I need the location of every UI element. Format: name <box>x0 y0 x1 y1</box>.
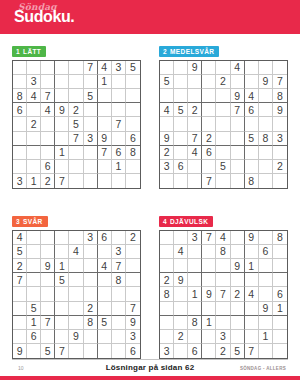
p1-cell-r4c4: 9 <box>55 103 69 117</box>
p2-cell-r9c1 <box>160 174 174 188</box>
puzzle-label: SVÅR <box>23 218 43 225</box>
p3-cell-r6c8 <box>112 302 126 316</box>
p4-cell-r3c5 <box>216 259 230 273</box>
p2-cell-r1c4 <box>202 61 216 75</box>
p4-cell-r1c9: 8 <box>273 231 287 245</box>
p1-cell-r1c1 <box>13 61 27 75</box>
p2-cell-r5c2 <box>174 117 188 131</box>
p4-cell-r2c6 <box>231 245 245 259</box>
p4-cell-r6c6 <box>231 302 245 316</box>
p4-cell-r2c4 <box>202 245 216 259</box>
p4-cell-r9c3: 6 <box>188 344 202 358</box>
p3-cell-r8c4 <box>55 330 69 344</box>
p2-cell-r5c1 <box>160 117 174 131</box>
p4-cell-r8c5: 3 <box>216 330 230 344</box>
p2-cell-r6c4: 2 <box>202 132 216 146</box>
p1-cell-r6c8 <box>112 132 126 146</box>
p4-cell-r5c7: 4 <box>245 287 259 301</box>
p3-cell-r8c2: 6 <box>27 330 41 344</box>
p3-cell-r3c3: 9 <box>41 259 55 273</box>
p2-cell-r4c9: 9 <box>273 103 287 117</box>
p1-cell-r4c7 <box>98 103 112 117</box>
p1-cell-r9c3: 2 <box>41 174 55 188</box>
p4-cell-r9c6: 5 <box>231 344 245 358</box>
p1-cell-r8c4 <box>55 160 69 174</box>
p1-cell-r8c9 <box>126 160 140 174</box>
p1-cell-r5c1 <box>13 117 27 131</box>
p4-cell-r7c8 <box>259 316 273 330</box>
p2-cell-r4c7: 6 <box>245 103 259 117</box>
p2-cell-r1c2 <box>174 61 188 75</box>
p3-cell-r6c2: 5 <box>27 302 41 316</box>
p2-cell-r8c9: 2 <box>273 160 287 174</box>
p1-cell-r7c1 <box>13 146 27 160</box>
p2-cell-r4c1: 4 <box>160 103 174 117</box>
p2-cell-r1c9 <box>273 61 287 75</box>
puzzle-row-bottom: 3 SVÅR 436254329147758527178596939576 4 … <box>12 210 288 359</box>
p1-cell-r9c8 <box>112 174 126 188</box>
p4-cell-r2c1 <box>160 245 174 259</box>
p2-cell-r2c9: 7 <box>273 75 287 89</box>
p1-cell-r6c3 <box>41 132 55 146</box>
p3-cell-r9c5 <box>69 344 83 358</box>
p2-cell-r4c8 <box>259 103 273 117</box>
p4-cell-r2c2: 4 <box>174 245 188 259</box>
p1-cell-r5c3 <box>41 117 55 131</box>
p3-cell-r6c9: 7 <box>126 302 140 316</box>
p2-cell-r6c7: 5 <box>245 132 259 146</box>
p1-cell-r5c7 <box>98 117 112 131</box>
p4-cell-r3c6: 9 <box>231 259 245 273</box>
p1-cell-r7c4: 1 <box>55 146 69 160</box>
p2-cell-r8c5: 5 <box>216 160 230 174</box>
p2-cell-r9c8 <box>259 174 273 188</box>
p2-cell-r6c8: 8 <box>259 132 273 146</box>
magazine-header: Söndag Sudoku. <box>0 0 300 34</box>
p1-cell-r9c5 <box>69 174 83 188</box>
p4-cell-r3c3 <box>188 259 202 273</box>
p4-cell-r6c2 <box>174 302 188 316</box>
p1-cell-r2c6 <box>84 75 98 89</box>
p2-cell-r3c4 <box>202 89 216 103</box>
puzzle-number: 1 <box>16 48 20 55</box>
footer-divider <box>12 359 288 360</box>
p1-cell-r8c7 <box>98 160 112 174</box>
p2-cell-r5c9 <box>273 117 287 131</box>
p4-cell-r8c1 <box>160 330 174 344</box>
p2-cell-r9c9 <box>273 174 287 188</box>
p4-cell-r7c1 <box>160 316 174 330</box>
puzzle-2-medelsvar: 2 MEDELSVÅR 9452979484527699725832463652… <box>159 40 288 189</box>
p3-cell-r6c5 <box>69 302 83 316</box>
p4-cell-r4c8 <box>259 273 273 287</box>
p3-cell-r7c3: 7 <box>41 316 55 330</box>
p4-cell-r6c5 <box>216 302 230 316</box>
p3-cell-r8c1 <box>13 330 27 344</box>
p3-cell-r1c4 <box>55 231 69 245</box>
p1-cell-r4c2 <box>27 103 41 117</box>
p1-cell-r9c1: 3 <box>13 174 27 188</box>
p1-cell-r6c7: 9 <box>98 132 112 146</box>
p2-cell-r7c8 <box>259 146 273 160</box>
p3-cell-r1c2 <box>27 231 41 245</box>
p2-cell-r7c6 <box>231 146 245 160</box>
puzzle-label: MEDELSVÅR <box>170 48 214 55</box>
p3-cell-r5c3 <box>41 287 55 301</box>
p3-cell-r3c5 <box>69 259 83 273</box>
p3-cell-r9c8 <box>112 344 126 358</box>
p4-cell-r9c7: 7 <box>245 344 259 358</box>
p4-cell-r3c2 <box>174 259 188 273</box>
p1-cell-r6c1 <box>13 132 27 146</box>
p1-cell-r1c7: 4 <box>98 61 112 75</box>
p2-cell-r3c8 <box>259 89 273 103</box>
p2-cell-r1c5 <box>216 61 230 75</box>
page-footer: 10 Lösningar på sidan 62 SÖNDAG - ALLERS <box>0 359 300 380</box>
p2-cell-r8c7 <box>245 160 259 174</box>
p3-cell-r3c1: 2 <box>13 259 27 273</box>
p2-cell-r5c8 <box>259 117 273 131</box>
p2-cell-r8c3 <box>188 160 202 174</box>
p2-cell-r6c3: 7 <box>188 132 202 146</box>
bottom-red-bar <box>0 376 300 380</box>
p2-cell-r8c2: 6 <box>174 160 188 174</box>
p1-cell-r8c6 <box>84 160 98 174</box>
p2-cell-r1c7 <box>245 61 259 75</box>
p3-cell-r2c6 <box>84 245 98 259</box>
p3-cell-r3c9 <box>126 259 140 273</box>
p2-cell-r7c3: 4 <box>188 146 202 160</box>
difficulty-badge-latt: 1 LÄTT <box>12 46 46 57</box>
p3-cell-r7c1 <box>13 316 27 330</box>
p1-cell-r7c9: 8 <box>126 146 140 160</box>
p3-cell-r8c6 <box>84 330 98 344</box>
p4-cell-r1c7: 9 <box>245 231 259 245</box>
p2-cell-r6c6 <box>231 132 245 146</box>
p4-cell-r3c1 <box>160 259 174 273</box>
p3-cell-r1c7: 6 <box>98 231 112 245</box>
p4-cell-r8c6 <box>231 330 245 344</box>
p1-cell-r3c3: 7 <box>41 89 55 103</box>
p4-cell-r6c1 <box>160 302 174 316</box>
p3-cell-r7c2: 1 <box>27 316 41 330</box>
p2-cell-r6c5 <box>216 132 230 146</box>
p3-cell-r5c7 <box>98 287 112 301</box>
p2-cell-r9c5 <box>216 174 230 188</box>
p4-cell-r9c5: 2 <box>216 344 230 358</box>
publication-credit: SÖNDAG - ALLERS <box>240 366 286 371</box>
p2-cell-r9c4: 7 <box>202 174 216 188</box>
p3-cell-r4c7 <box>98 273 112 287</box>
p4-cell-r7c7 <box>245 316 259 330</box>
p3-cell-r4c8: 8 <box>112 273 126 287</box>
p4-cell-r2c3 <box>188 245 202 259</box>
p4-cell-r3c4 <box>202 259 216 273</box>
p1-cell-r2c2: 3 <box>27 75 41 89</box>
p4-cell-r1c6 <box>231 231 245 245</box>
p2-cell-r2c6 <box>231 75 245 89</box>
p3-cell-r9c4: 7 <box>55 344 69 358</box>
p3-cell-r4c9 <box>126 273 140 287</box>
p3-cell-r2c4 <box>55 245 69 259</box>
p4-cell-r4c9 <box>273 273 287 287</box>
p3-cell-r2c5: 4 <box>69 245 83 259</box>
p2-cell-r9c2 <box>174 174 188 188</box>
p4-cell-r1c1 <box>160 231 174 245</box>
p1-cell-r8c1 <box>13 160 27 174</box>
p3-cell-r1c5 <box>69 231 83 245</box>
p2-cell-r2c4 <box>202 75 216 89</box>
puzzle-row-top: 1 LÄTT 7435318475649225773961768613127 2… <box>12 40 288 189</box>
p3-cell-r2c2 <box>27 245 41 259</box>
p1-cell-r2c9 <box>126 75 140 89</box>
sudoku-grid-3: 436254329147758527178596939576 <box>12 230 141 359</box>
p1-cell-r3c8 <box>112 89 126 103</box>
p4-cell-r1c2 <box>174 231 188 245</box>
p3-cell-r7c7: 5 <box>98 316 112 330</box>
p2-cell-r2c1: 5 <box>160 75 174 89</box>
p3-cell-r8c8 <box>112 330 126 344</box>
p3-cell-r6c6: 2 <box>84 302 98 316</box>
p2-cell-r1c6: 4 <box>231 61 245 75</box>
p2-cell-r8c4 <box>202 160 216 174</box>
p4-cell-r5c9: 6 <box>273 287 287 301</box>
p4-cell-r4c5 <box>216 273 230 287</box>
p3-cell-r9c9: 6 <box>126 344 140 358</box>
p4-cell-r5c5: 7 <box>216 287 230 301</box>
sudoku-grid-4: 3749848691298197246918123136257 <box>159 230 288 359</box>
p3-cell-r9c7 <box>98 344 112 358</box>
p4-cell-r4c7 <box>245 273 259 287</box>
p4-cell-r4c6 <box>231 273 245 287</box>
p1-cell-r9c2: 1 <box>27 174 41 188</box>
p3-cell-r7c6: 8 <box>84 316 98 330</box>
p3-cell-r1c6: 3 <box>84 231 98 245</box>
puzzle-1-latt: 1 LÄTT 7435318475649225773961768613127 <box>12 40 141 189</box>
p3-cell-r7c4 <box>55 316 69 330</box>
p2-cell-r1c1 <box>160 61 174 75</box>
p1-cell-r6c5: 7 <box>69 132 83 146</box>
p1-cell-r2c4 <box>55 75 69 89</box>
puzzle-label: LÄTT <box>23 48 41 55</box>
p4-cell-r3c7: 1 <box>245 259 259 273</box>
p4-cell-r7c4: 1 <box>202 316 216 330</box>
p1-cell-r5c8: 7 <box>112 117 126 131</box>
p4-cell-r5c8 <box>259 287 273 301</box>
p3-cell-r4c1: 7 <box>13 273 27 287</box>
p2-cell-r9c7: 8 <box>245 174 259 188</box>
p3-cell-r9c3: 5 <box>41 344 55 358</box>
p3-cell-r1c8 <box>112 231 126 245</box>
difficulty-badge-djavulsk: 4 DJÄVULSK <box>159 216 213 227</box>
p4-cell-r7c6 <box>231 316 245 330</box>
p2-cell-r6c2 <box>174 132 188 146</box>
p2-cell-r3c6: 9 <box>231 89 245 103</box>
p1-cell-r4c3: 4 <box>41 103 55 117</box>
p3-cell-r3c8: 7 <box>112 259 126 273</box>
p3-cell-r6c4 <box>55 302 69 316</box>
p4-cell-r1c5: 4 <box>216 231 230 245</box>
p3-cell-r2c1: 5 <box>13 245 27 259</box>
logo-main-text: Sudoku. <box>14 8 74 26</box>
p2-cell-r8c6 <box>231 160 245 174</box>
p2-cell-r7c7 <box>245 146 259 160</box>
p4-cell-r5c4: 9 <box>202 287 216 301</box>
p4-cell-r9c9 <box>273 344 287 358</box>
p1-cell-r1c8: 3 <box>112 61 126 75</box>
p2-cell-r3c1 <box>160 89 174 103</box>
p1-cell-r3c5 <box>69 89 83 103</box>
puzzle-3-svar: 3 SVÅR 436254329147758527178596939576 <box>12 210 141 359</box>
p1-cell-r7c3 <box>41 146 55 160</box>
p4-cell-r6c7 <box>245 302 259 316</box>
p4-cell-r5c2 <box>174 287 188 301</box>
p3-cell-r5c6 <box>84 287 98 301</box>
difficulty-badge-svar: 3 SVÅR <box>12 216 48 227</box>
p3-cell-r4c3 <box>41 273 55 287</box>
p1-cell-r2c7: 1 <box>98 75 112 89</box>
p2-cell-r6c1: 9 <box>160 132 174 146</box>
p3-cell-r8c3 <box>41 330 55 344</box>
p2-cell-r3c3 <box>188 89 202 103</box>
p1-cell-r8c3: 6 <box>41 160 55 174</box>
p3-cell-r9c6 <box>84 344 98 358</box>
p4-cell-r3c9 <box>273 259 287 273</box>
p4-cell-r6c3 <box>188 302 202 316</box>
p2-cell-r3c2 <box>174 89 188 103</box>
p1-cell-r7c7: 7 <box>98 146 112 160</box>
p2-cell-r5c5 <box>216 117 230 131</box>
p2-cell-r2c2 <box>174 75 188 89</box>
p1-cell-r9c6 <box>84 174 98 188</box>
p4-cell-r8c3 <box>188 330 202 344</box>
p2-cell-r4c3: 2 <box>188 103 202 117</box>
p1-cell-r9c7 <box>98 174 112 188</box>
p1-cell-r1c4 <box>55 61 69 75</box>
p1-cell-r5c4 <box>55 117 69 131</box>
p4-cell-r8c8: 1 <box>259 330 273 344</box>
p4-cell-r7c2 <box>174 316 188 330</box>
p4-cell-r9c4 <box>202 344 216 358</box>
p3-cell-r7c8 <box>112 316 126 330</box>
p2-cell-r5c3 <box>188 117 202 131</box>
p2-cell-r7c1: 2 <box>160 146 174 160</box>
p1-cell-r8c5 <box>69 160 83 174</box>
p4-cell-r4c1: 2 <box>160 273 174 287</box>
p1-cell-r2c8 <box>112 75 126 89</box>
p1-cell-r4c8 <box>112 103 126 117</box>
p1-cell-r5c6 <box>84 117 98 131</box>
p1-cell-r7c8: 6 <box>112 146 126 160</box>
puzzle-label: DJÄVULSK <box>170 218 208 225</box>
p1-cell-r6c9: 6 <box>126 132 140 146</box>
p1-cell-r7c2 <box>27 146 41 160</box>
p4-cell-r1c8 <box>259 231 273 245</box>
p3-cell-r1c1: 4 <box>13 231 27 245</box>
p3-cell-r5c4 <box>55 287 69 301</box>
p1-cell-r1c5 <box>69 61 83 75</box>
sudoku-grid-2: 945297948452769972583246365278 <box>159 60 288 189</box>
p3-cell-r5c1 <box>13 287 27 301</box>
p1-cell-r9c4: 7 <box>55 174 69 188</box>
p1-cell-r1c2 <box>27 61 41 75</box>
p4-cell-r3c8 <box>259 259 273 273</box>
p4-cell-r1c4: 7 <box>202 231 216 245</box>
p4-cell-r7c3: 8 <box>188 316 202 330</box>
p2-cell-r2c8: 9 <box>259 75 273 89</box>
p3-cell-r2c9 <box>126 245 140 259</box>
p2-cell-r4c2: 5 <box>174 103 188 117</box>
p2-cell-r8c8 <box>259 160 273 174</box>
p3-cell-r8c7 <box>98 330 112 344</box>
puzzle-number: 2 <box>163 48 167 55</box>
p1-cell-r4c5: 2 <box>69 103 83 117</box>
p1-cell-r6c2 <box>27 132 41 146</box>
p4-cell-r5c3: 1 <box>188 287 202 301</box>
p1-cell-r7c6 <box>84 146 98 160</box>
puzzle-number: 3 <box>16 218 20 225</box>
p1-cell-r2c3 <box>41 75 55 89</box>
p2-cell-r9c6 <box>231 174 245 188</box>
p4-cell-r7c9 <box>273 316 287 330</box>
p2-cell-r3c7: 4 <box>245 89 259 103</box>
p2-cell-r5c6 <box>231 117 245 131</box>
p2-cell-r7c5 <box>216 146 230 160</box>
p3-cell-r1c3 <box>41 231 55 245</box>
puzzle-4-djavulsk: 4 DJÄVULSK 37498486912981972469181231362… <box>159 210 288 359</box>
p1-cell-r6c6: 3 <box>84 132 98 146</box>
p1-cell-r4c6 <box>84 103 98 117</box>
p3-cell-r2c8: 3 <box>112 245 126 259</box>
p4-cell-r5c6: 2 <box>231 287 245 301</box>
p4-cell-r7c5 <box>216 316 230 330</box>
p4-cell-r9c8 <box>259 344 273 358</box>
p1-cell-r4c9 <box>126 103 140 117</box>
puzzles-area: 1 LÄTT 7435318475649225773961768613127 2… <box>0 34 300 359</box>
p4-cell-r5c1: 8 <box>160 287 174 301</box>
p3-cell-r1c9: 2 <box>126 231 140 245</box>
p3-cell-r7c5 <box>69 316 83 330</box>
p4-cell-r9c2 <box>174 344 188 358</box>
p2-cell-r2c5: 2 <box>216 75 230 89</box>
p1-cell-r3c1: 8 <box>13 89 27 103</box>
p3-cell-r4c6 <box>84 273 98 287</box>
p3-cell-r5c2 <box>27 287 41 301</box>
p3-cell-r8c9: 3 <box>126 330 140 344</box>
p2-cell-r1c3: 9 <box>188 61 202 75</box>
footer-text-row: 10 Lösningar på sidan 62 SÖNDAG - ALLERS <box>12 362 288 376</box>
p4-cell-r8c7 <box>245 330 259 344</box>
p4-cell-r4c2: 9 <box>174 273 188 287</box>
p2-cell-r7c2 <box>174 146 188 160</box>
p3-cell-r7c9: 9 <box>126 316 140 330</box>
p3-cell-r9c1: 9 <box>13 344 27 358</box>
p4-cell-r4c3 <box>188 273 202 287</box>
p2-cell-r8c1: 3 <box>160 160 174 174</box>
p2-cell-r6c9: 3 <box>273 132 287 146</box>
p4-cell-r8c2: 2 <box>174 330 188 344</box>
p3-cell-r4c5 <box>69 273 83 287</box>
p3-cell-r2c3 <box>41 245 55 259</box>
p3-cell-r4c4: 5 <box>55 273 69 287</box>
p1-cell-r3c2: 4 <box>27 89 41 103</box>
p4-cell-r6c9: 1 <box>273 302 287 316</box>
p1-cell-r3c4 <box>55 89 69 103</box>
p2-cell-r3c5 <box>216 89 230 103</box>
p1-cell-r2c5 <box>69 75 83 89</box>
p3-cell-r9c2 <box>27 344 41 358</box>
p2-cell-r4c4 <box>202 103 216 117</box>
